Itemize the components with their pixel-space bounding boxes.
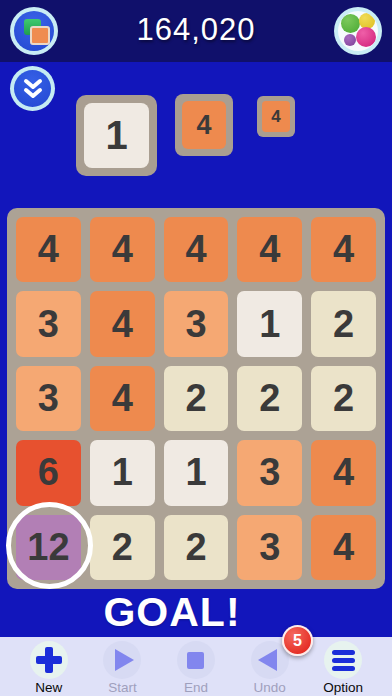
tile-4-r3c4[interactable]: 4 (311, 440, 376, 505)
end-button-label: End (184, 680, 208, 695)
queue-tile-third: 4 (257, 96, 295, 137)
end-button[interactable]: End (159, 637, 233, 696)
queue-tile-value: 4 (262, 101, 290, 132)
tile-2-r4c2[interactable]: 2 (164, 515, 229, 580)
tile-4-r4c4[interactable]: 4 (311, 515, 376, 580)
option-button-label: Option (323, 680, 363, 695)
tile-3-r4c3[interactable]: 3 (237, 515, 302, 580)
queue-tile-second: 4 (175, 94, 233, 156)
start-button-label: Start (108, 680, 137, 695)
tile-2-r4c1[interactable]: 2 (90, 515, 155, 580)
bottom-toolbar: New Start End Undo Option (0, 637, 392, 696)
magenta-bubble (356, 27, 376, 47)
stop-icon (187, 652, 204, 669)
tile-2-r1c4[interactable]: 2 (311, 291, 376, 356)
orange-square-glyph (30, 26, 50, 45)
game-board: 44444343123422261134122234 (7, 208, 385, 589)
tile-1-r3c2[interactable]: 1 (164, 440, 229, 505)
tile-3-r2c0[interactable]: 3 (16, 366, 81, 431)
tile-3-r1c0[interactable]: 3 (16, 291, 81, 356)
tile-3-r1c2[interactable]: 3 (164, 291, 229, 356)
goal-banner: GOAL! (0, 590, 368, 636)
tile-4-r1c1[interactable]: 4 (90, 291, 155, 356)
tile-4-r0c4[interactable]: 4 (311, 217, 376, 282)
tile-6-r3c0[interactable]: 6 (16, 440, 81, 505)
tile-4-r0c3[interactable]: 4 (237, 217, 302, 282)
new-button-label: New (35, 680, 62, 695)
tile-1-r3c1[interactable]: 1 (90, 440, 155, 505)
queue-tile-value: 1 (84, 103, 149, 168)
tile-2-r2c3[interactable]: 2 (237, 366, 302, 431)
queue-tile-next: 1 (76, 95, 157, 176)
tile-1-r1c3[interactable]: 1 (237, 291, 302, 356)
undo-triangle-icon (258, 649, 277, 671)
tile-2-r2c2[interactable]: 2 (164, 366, 229, 431)
chevrons-glyph (20, 76, 46, 102)
start-button[interactable]: Start (86, 637, 160, 696)
new-game-squares-icon[interactable] (10, 7, 58, 55)
plus-icon (36, 647, 62, 673)
header-bar: 164,020 (0, 0, 392, 62)
purple-bubble (344, 34, 356, 46)
double-chevron-down-icon[interactable] (10, 66, 55, 111)
tile-4-r2c1[interactable]: 4 (90, 366, 155, 431)
tile-4-r0c2[interactable]: 4 (164, 217, 229, 282)
new-button[interactable]: New (12, 637, 86, 696)
game-center-icon[interactable] (334, 7, 382, 55)
option-button[interactable]: Option (306, 637, 380, 696)
tile-4-r0c1[interactable]: 4 (90, 217, 155, 282)
app-screen: 164,020 1 (0, 0, 392, 696)
queue-tile-value: 4 (182, 101, 226, 149)
tile-12-r4c0[interactable]: 12 (16, 515, 81, 580)
tile-3-r3c3[interactable]: 3 (237, 440, 302, 505)
undo-count-badge: 5 (282, 625, 313, 656)
play-icon (115, 649, 134, 671)
menu-icon (332, 650, 355, 671)
tile-2-r2c4[interactable]: 2 (311, 366, 376, 431)
tile-4-r0c0[interactable]: 4 (16, 217, 81, 282)
undo-button-label: Undo (253, 680, 285, 695)
